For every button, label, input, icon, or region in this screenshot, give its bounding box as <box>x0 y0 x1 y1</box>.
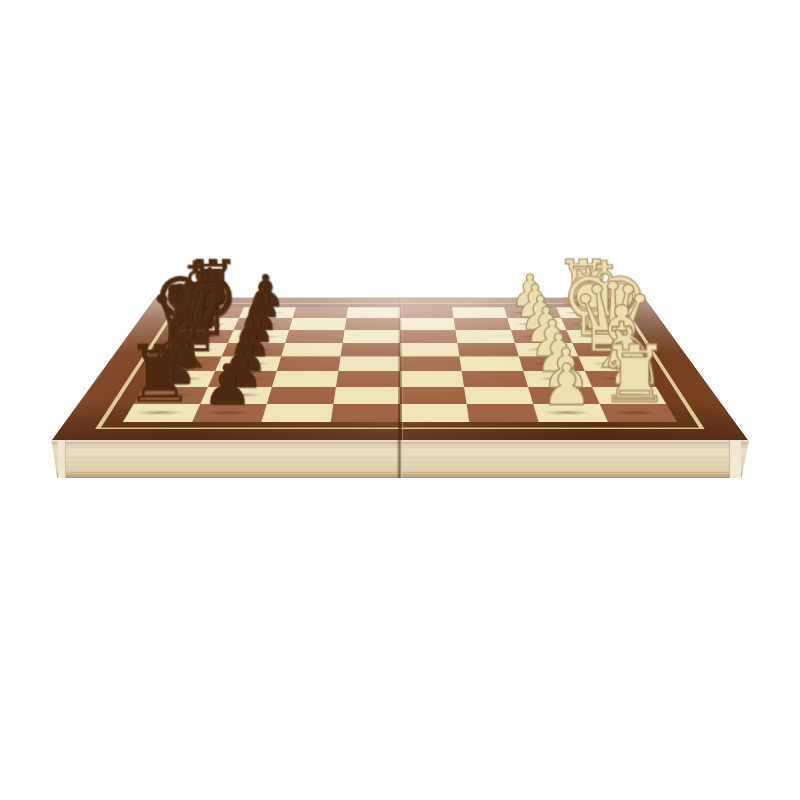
square-c1 <box>585 371 656 387</box>
square-f5 <box>343 330 400 343</box>
piece-shadow <box>510 311 549 314</box>
square-b3 <box>464 387 533 404</box>
piece-shadow <box>576 335 619 338</box>
square-c3 <box>462 371 528 387</box>
square-c7 <box>208 371 277 387</box>
product-photo: ♜♟♟♜♞♟♟♞♝♟♟♝♛♟♟♛♚♟♟♚♝♟♟♝♞♟♟♞♜♟♟♜ <box>0 0 800 800</box>
square-d3 <box>459 356 523 371</box>
square-h5 <box>346 307 400 318</box>
square-c2 <box>523 371 592 387</box>
board-hinge-seam <box>398 298 402 440</box>
square-f3 <box>455 330 514 343</box>
square-d5 <box>338 356 400 371</box>
piece-shadow <box>569 323 610 326</box>
square-e4 <box>400 343 459 357</box>
piece-shadow <box>541 393 590 398</box>
square-d4 <box>400 356 462 371</box>
square-b5 <box>333 387 400 404</box>
square-h3 <box>452 307 507 318</box>
square-e3 <box>457 343 518 357</box>
square-d6 <box>277 356 341 371</box>
square-b4 <box>400 387 467 404</box>
box-front-edge <box>48 440 752 478</box>
square-g5 <box>345 318 400 330</box>
square-f6 <box>285 330 344 343</box>
square-g3 <box>454 318 511 330</box>
piece-shadow <box>563 311 603 314</box>
box-edge-hinge-gap <box>397 440 403 478</box>
box-edge-endgrain-left <box>58 440 66 478</box>
square-h6 <box>293 307 348 318</box>
square-g6 <box>289 318 346 330</box>
square-e6 <box>281 343 342 357</box>
piece-shadow <box>530 362 575 366</box>
square-c4 <box>400 371 464 387</box>
square-c8 <box>144 371 215 387</box>
square-h4 <box>400 307 454 318</box>
piece-shadow <box>519 335 561 338</box>
piece-shadow <box>515 323 556 326</box>
chess-board: ♜♟♟♜♞♟♟♞♝♟♟♝♛♟♟♛♚♟♟♚♝♟♟♝♞♟♟♞♜♟♟♜ <box>52 298 748 440</box>
square-b6 <box>267 387 336 404</box>
piece-shadow <box>590 362 636 366</box>
photo-scene: ♜♟♟♜♞♟♟♞♝♟♟♝♛♟♟♛♚♟♟♚♝♟♟♝♞♟♟♞♜♟♟♜ <box>0 0 800 800</box>
square-e5 <box>341 343 400 357</box>
square-c5 <box>336 371 400 387</box>
square-g4 <box>400 318 455 330</box>
square-c6 <box>272 371 338 387</box>
square-f4 <box>400 330 457 343</box>
box-edge-endgrain-right <box>729 440 741 478</box>
